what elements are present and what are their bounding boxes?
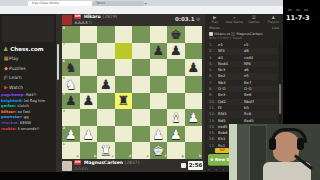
window-control-icon <box>296 9 300 11</box>
bottom-letterbox <box>0 172 229 180</box>
square-g8[interactable]: ♚ <box>167 26 185 43</box>
game-sub-line: Blitz • 3 min • Rated <box>209 36 279 40</box>
add-time-button[interactable] <box>181 163 186 168</box>
square-f4[interactable] <box>150 93 168 110</box>
square-h4[interactable] <box>185 93 203 110</box>
square-c4[interactable] <box>97 93 115 110</box>
title-badge: GM <box>74 160 81 165</box>
black-pawn-g7[interactable]: ♟ <box>167 43 185 60</box>
white-pawn-f2[interactable]: ♟ <box>150 126 168 143</box>
black-pawn-c5[interactable]: ♟ <box>97 76 115 93</box>
square-f7[interactable]: ♟ <box>150 43 168 60</box>
square-h1[interactable]: h <box>185 142 203 159</box>
square-d1[interactable]: d <box>115 142 133 159</box>
clock-black: 0:03.1 <box>175 15 195 24</box>
panel-tabs: ▶Play＋New Game☰Games♟Players <box>205 15 283 25</box>
square-b1[interactable]: b <box>80 142 98 159</box>
player-name-text: Hikaru <box>84 14 101 19</box>
square-g7[interactable]: ♟ <box>167 43 185 60</box>
square-e8[interactable] <box>132 26 150 43</box>
gear-icon[interactable]: ⚙ <box>196 15 200 24</box>
square-h2[interactable] <box>185 126 203 143</box>
square-d5[interactable] <box>115 76 133 93</box>
white-king-f1[interactable]: ♚ <box>150 142 168 159</box>
square-d3[interactable] <box>115 109 133 126</box>
panel-tab-play[interactable]: ▶Play <box>205 15 225 25</box>
square-h3[interactable]: ♟ <box>185 109 203 126</box>
square-b7[interactable] <box>80 43 98 60</box>
panel-tab-games[interactable]: ☰Games <box>244 15 264 25</box>
white-knight-a5[interactable]: ♞ <box>62 76 80 93</box>
player-name-text: MagnusCarlsen <box>84 160 123 165</box>
square-e2[interactable] <box>132 126 150 143</box>
game-players-line: ⬜ Hikaru vs ⬛ MagnusCarlsen <box>209 32 279 36</box>
stream-frame: Play Chess Online Twitch + chess.com/liv… <box>0 0 320 180</box>
black-knight-a6[interactable]: ♞ <box>62 59 80 76</box>
square-g5[interactable] <box>167 76 185 93</box>
black-pawn-f7[interactable]: ♟ <box>150 43 168 60</box>
sidebar-item-label: Play <box>9 56 18 61</box>
panel-tab-players[interactable]: ♟Players <box>264 15 284 25</box>
chesscom-logo[interactable]: ♟ Chess.com <box>3 45 43 52</box>
webcam-background <box>229 124 237 180</box>
scrollbar-thumb[interactable] <box>279 84 281 114</box>
sidebar: ♟ Chess.com ▦Play◆Puzzles🎓Learn▶Watch po… <box>0 14 56 180</box>
games-icon: ☰ <box>244 15 264 20</box>
sidebar-item-puzzles[interactable]: ◆Puzzles <box>3 64 26 73</box>
sidebar-item-label: Learn <box>9 75 22 80</box>
square-f2[interactable]: ♟ <box>150 126 168 143</box>
square-e7[interactable] <box>132 43 150 60</box>
rank-label: 1 <box>63 143 65 147</box>
headphone-cup <box>269 138 276 150</box>
top-player-bar: GM Hikaru (2829) ♙♙♙♗♘ 0:03.1 ⚙ <box>62 14 203 26</box>
square-a1[interactable]: 1a <box>62 142 80 159</box>
logo-text: Chess.com <box>10 46 43 52</box>
new-game-icon: ＋ <box>225 15 245 20</box>
square-f1[interactable]: f♚ <box>150 142 168 159</box>
square-e4[interactable] <box>132 93 150 110</box>
sidebar-item-watch[interactable]: ▶Watch <box>3 83 23 92</box>
clock-white: 2:56 <box>188 161 203 170</box>
black-pawn-b4[interactable]: ♟ <box>80 93 98 110</box>
file-label: h <box>199 155 201 159</box>
square-c5[interactable]: ♟ <box>97 76 115 93</box>
black-pawn-h6[interactable]: ♟ <box>185 59 203 76</box>
draw-offer-badge[interactable]: ½? <box>215 148 229 153</box>
black-rook-d4[interactable]: ♜ <box>115 93 133 110</box>
square-g1[interactable]: g <box>167 142 185 159</box>
square-a5[interactable]: 5♞ <box>62 76 80 93</box>
square-h6[interactable]: ♟ <box>185 59 203 76</box>
square-e6[interactable] <box>132 59 150 76</box>
streamer-torso <box>263 162 311 180</box>
square-c2[interactable] <box>97 126 115 143</box>
bottom-player-bar: GM MagnusCarlsen (2837) ♟♟♝♞ 2:56 <box>62 160 203 172</box>
square-b2[interactable]: ♟ <box>80 126 98 143</box>
white-pawn-a2[interactable]: ♟ <box>62 126 80 143</box>
title-badge: GM <box>74 14 81 19</box>
play-icon: ▶ <box>205 15 225 20</box>
stream-chat-overlay: pogchamp: Rd4!!knightm8: lol flag himgmf… <box>1 92 57 131</box>
panel-meta-left: Moves <box>209 26 279 31</box>
square-f8[interactable] <box>150 26 168 43</box>
square-d4[interactable]: ♜ <box>115 93 133 110</box>
square-f5[interactable] <box>150 76 168 93</box>
sidebar-banner <box>2 16 54 42</box>
sidebar-item-learn[interactable]: 🎓Learn <box>3 73 22 82</box>
file-label: d <box>129 155 131 159</box>
avatar[interactable] <box>62 15 72 25</box>
square-g3[interactable]: ♝ <box>167 109 185 126</box>
black-pawn-a4[interactable]: ♟ <box>62 93 80 110</box>
square-a8[interactable]: 8 <box>62 26 80 43</box>
square-g2[interactable]: ♟ <box>167 126 185 143</box>
file-label: g <box>181 155 183 159</box>
square-b3[interactable] <box>80 109 98 126</box>
square-c6[interactable] <box>97 59 115 76</box>
square-e1[interactable]: e <box>132 142 150 159</box>
white-pawn-h3[interactable]: ♟ <box>185 109 203 126</box>
square-d2[interactable] <box>115 126 133 143</box>
square-a2[interactable]: 2♟ <box>62 126 80 143</box>
rank-label: 7 <box>63 43 65 47</box>
sidebar-item-label: Watch <box>9 85 23 90</box>
square-g6[interactable] <box>167 59 185 76</box>
square-d7[interactable] <box>115 43 133 60</box>
webcam-overlay <box>229 124 320 180</box>
square-b5[interactable] <box>80 76 98 93</box>
chess-board: 8♚7♟♟6♞♟5♞♟4♟♟♜3♝♟2♟♟♟♟1abc♜def♚gh <box>62 26 202 159</box>
square-c1[interactable]: c♜ <box>97 142 115 159</box>
white-rook-c1[interactable]: ♜ <box>97 142 115 159</box>
square-g4[interactable] <box>167 93 185 110</box>
white-pawn-b2[interactable]: ♟ <box>80 126 98 143</box>
white-bishop-g3[interactable]: ♝ <box>167 109 185 126</box>
square-a4[interactable]: 4♟ <box>62 93 80 110</box>
window-control-icon <box>288 9 292 11</box>
square-b6[interactable] <box>80 59 98 76</box>
square-e3[interactable] <box>132 109 150 126</box>
square-a6[interactable]: 6♞ <box>62 59 80 76</box>
square-c8[interactable] <box>97 26 115 43</box>
file-label: e <box>147 155 149 159</box>
page-scrollbar[interactable] <box>57 44 60 80</box>
square-c3[interactable] <box>97 109 115 126</box>
match-score-overlay: 11-7-3 <box>286 13 318 23</box>
file-label: a <box>77 155 79 159</box>
square-d6[interactable] <box>115 59 133 76</box>
player-rating: (2829) <box>102 14 117 19</box>
square-h7[interactable] <box>185 43 203 60</box>
panel-tab-new-game[interactable]: ＋New Game <box>225 15 245 25</box>
chat-message: rookie: 3 seconds!! <box>1 126 57 132</box>
black-king-g8[interactable]: ♚ <box>167 26 185 43</box>
square-f6[interactable] <box>150 59 168 76</box>
rank-label: 3 <box>63 110 65 114</box>
rank-label: 8 <box>63 27 65 31</box>
pawn-logo-icon: ♟ <box>3 45 8 52</box>
avatar[interactable] <box>62 161 72 171</box>
square-b4[interactable]: ♟ <box>80 93 98 110</box>
sidebar-item-label: Puzzles <box>9 66 26 71</box>
square-b8[interactable] <box>80 26 98 43</box>
square-e5[interactable] <box>132 76 150 93</box>
headphone-cup <box>297 138 304 150</box>
square-d8[interactable] <box>115 26 133 43</box>
window-control-icon <box>304 9 308 11</box>
square-h5[interactable] <box>185 76 203 93</box>
player-rating: (2837) <box>124 160 139 165</box>
panel-meta-right: Live <box>272 26 279 30</box>
sidebar-item-play[interactable]: ▦Play <box>3 54 18 63</box>
browser-toolbar: chess.com/live <box>0 6 283 14</box>
white-pawn-g2[interactable]: ♟ <box>167 126 185 143</box>
square-f3[interactable] <box>150 109 168 126</box>
file-label: b <box>94 155 96 159</box>
square-c7[interactable] <box>97 43 115 60</box>
square-h8[interactable] <box>185 26 203 43</box>
players-icon: ♟ <box>264 15 284 20</box>
square-a7[interactable]: 7 <box>62 43 80 60</box>
square-a3[interactable]: 3 <box>62 109 80 126</box>
